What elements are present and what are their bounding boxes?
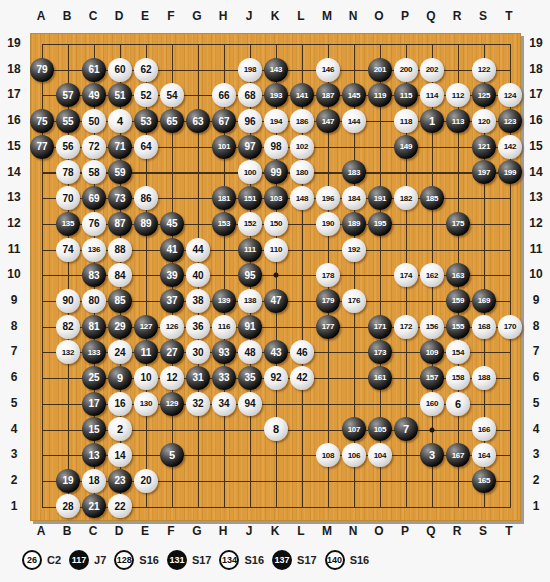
column-label: B bbox=[63, 9, 72, 23]
stone-J6: 35 bbox=[238, 366, 262, 390]
row-label: 15 bbox=[523, 139, 549, 153]
column-label: M bbox=[322, 9, 332, 23]
stone-S4: 166 bbox=[472, 417, 496, 441]
row-label: 5 bbox=[1, 396, 27, 410]
caption-move-point: S17 bbox=[192, 554, 212, 566]
stone-C1: 21 bbox=[82, 494, 106, 518]
stone-J17: 68 bbox=[238, 83, 262, 107]
stone-K7: 43 bbox=[264, 340, 288, 364]
column-label: F bbox=[167, 524, 174, 538]
row-label: 8 bbox=[523, 319, 549, 333]
stone-A18: 79 bbox=[30, 58, 54, 82]
stone-D13: 73 bbox=[108, 186, 132, 210]
stone-R7: 154 bbox=[446, 340, 470, 364]
stone-C7: 133 bbox=[82, 340, 106, 364]
stone-F5: 129 bbox=[160, 392, 184, 416]
stone-D10: 84 bbox=[108, 263, 132, 287]
stone-K6: 92 bbox=[264, 366, 288, 390]
stone-H13: 181 bbox=[212, 186, 236, 210]
stone-S16: 120 bbox=[472, 109, 496, 133]
stone-E15: 64 bbox=[134, 135, 158, 159]
stone-D9: 85 bbox=[108, 289, 132, 313]
stone-B14: 78 bbox=[56, 160, 80, 184]
stone-M12: 190 bbox=[316, 212, 340, 236]
stone-C8: 81 bbox=[82, 315, 106, 339]
stone-J10: 95 bbox=[238, 263, 262, 287]
stone-E16: 53 bbox=[134, 109, 158, 133]
stone-F3: 5 bbox=[160, 443, 184, 467]
column-label: G bbox=[192, 9, 201, 23]
column-label: E bbox=[141, 9, 149, 23]
stone-C4: 15 bbox=[82, 417, 106, 441]
caption-move-point: S16 bbox=[350, 554, 370, 566]
caption-move-point: S16 bbox=[139, 554, 159, 566]
stone-F11: 41 bbox=[160, 238, 184, 262]
stone-G5: 32 bbox=[186, 392, 210, 416]
row-label: 11 bbox=[523, 242, 549, 256]
stone-B17: 57 bbox=[56, 83, 80, 107]
row-label: 19 bbox=[1, 36, 27, 50]
row-label: 17 bbox=[523, 87, 549, 101]
stone-B12: 135 bbox=[56, 212, 80, 236]
row-label: 14 bbox=[523, 165, 549, 179]
caption-move-point: S16 bbox=[244, 554, 264, 566]
row-label: 18 bbox=[1, 62, 27, 76]
stone-K4: 8 bbox=[264, 417, 288, 441]
caption-moves: 26C2117J7128S16131S17134S16137S17140S16 bbox=[22, 548, 372, 572]
stone-G10: 40 bbox=[186, 263, 210, 287]
stone-G8: 36 bbox=[186, 315, 210, 339]
row-label: 19 bbox=[523, 36, 549, 50]
column-label: S bbox=[479, 524, 487, 538]
column-label: Q bbox=[426, 524, 435, 538]
stone-C6: 25 bbox=[82, 366, 106, 390]
stone-E6: 10 bbox=[134, 366, 158, 390]
row-label: 9 bbox=[523, 293, 549, 307]
row-label: 2 bbox=[1, 473, 27, 487]
caption-move-point: S17 bbox=[297, 554, 317, 566]
stone-J5: 94 bbox=[238, 392, 262, 416]
stone-D18: 60 bbox=[108, 58, 132, 82]
stone-G6: 31 bbox=[186, 366, 210, 390]
stone-K18: 143 bbox=[264, 58, 288, 82]
stone-O18: 201 bbox=[368, 58, 392, 82]
stone-S15: 121 bbox=[472, 135, 496, 159]
stone-Q7: 109 bbox=[420, 340, 444, 364]
column-label: E bbox=[141, 524, 149, 538]
stone-F6: 12 bbox=[160, 366, 184, 390]
row-label: 4 bbox=[1, 422, 27, 436]
stone-B7: 132 bbox=[56, 340, 80, 364]
stone-H12: 153 bbox=[212, 212, 236, 236]
stone-M17: 187 bbox=[316, 83, 340, 107]
stone-S9: 169 bbox=[472, 289, 496, 313]
stone-F8: 126 bbox=[160, 315, 184, 339]
stone-P16: 118 bbox=[394, 109, 418, 133]
stone-D12: 87 bbox=[108, 212, 132, 236]
stone-R9: 159 bbox=[446, 289, 470, 313]
column-label: Q bbox=[426, 9, 435, 23]
row-label: 7 bbox=[1, 344, 27, 358]
stone-L15: 102 bbox=[290, 135, 314, 159]
stone-E5: 130 bbox=[134, 392, 158, 416]
stone-H9: 139 bbox=[212, 289, 236, 313]
stone-Q3: 3 bbox=[420, 443, 444, 467]
stone-C2: 18 bbox=[82, 469, 106, 493]
column-label: T bbox=[505, 9, 512, 23]
stone-O7: 173 bbox=[368, 340, 392, 364]
column-label: B bbox=[63, 524, 72, 538]
stone-K9: 47 bbox=[264, 289, 288, 313]
stone-D14: 59 bbox=[108, 160, 132, 184]
column-label: N bbox=[349, 524, 358, 538]
caption-move-point: J7 bbox=[94, 554, 106, 566]
column-label: S bbox=[479, 9, 487, 23]
column-label: A bbox=[37, 524, 46, 538]
stone-E13: 86 bbox=[134, 186, 158, 210]
stone-O13: 191 bbox=[368, 186, 392, 210]
stone-D1: 22 bbox=[108, 494, 132, 518]
stone-C9: 80 bbox=[82, 289, 106, 313]
column-label: H bbox=[219, 524, 228, 538]
stone-L13: 148 bbox=[290, 186, 314, 210]
column-label: F bbox=[167, 9, 174, 23]
stone-P15: 149 bbox=[394, 135, 418, 159]
stone-Q10: 162 bbox=[420, 263, 444, 287]
column-label: L bbox=[297, 524, 304, 538]
stone-C15: 72 bbox=[82, 135, 106, 159]
stone-S18: 122 bbox=[472, 58, 496, 82]
stone-N9: 176 bbox=[342, 289, 366, 313]
stone-C11: 136 bbox=[82, 238, 106, 262]
stone-N13: 184 bbox=[342, 186, 366, 210]
row-label: 1 bbox=[1, 499, 27, 513]
caption-move-point: C2 bbox=[47, 554, 61, 566]
stone-D11: 88 bbox=[108, 238, 132, 262]
stone-R12: 175 bbox=[446, 212, 470, 236]
stone-E18: 62 bbox=[134, 58, 158, 82]
stone-E7: 11 bbox=[134, 340, 158, 364]
stone-R8: 155 bbox=[446, 315, 470, 339]
row-label: 10 bbox=[1, 267, 27, 281]
stone-S2: 165 bbox=[472, 469, 496, 493]
column-label: N bbox=[349, 9, 358, 23]
stone-M13: 196 bbox=[316, 186, 340, 210]
column-label: J bbox=[246, 9, 253, 23]
stone-T15: 142 bbox=[498, 135, 522, 159]
stone-J12: 152 bbox=[238, 212, 262, 236]
row-label: 11 bbox=[1, 242, 27, 256]
stone-H15: 101 bbox=[212, 135, 236, 159]
stone-N12: 189 bbox=[342, 212, 366, 236]
stone-T17: 124 bbox=[498, 83, 522, 107]
stone-O8: 171 bbox=[368, 315, 392, 339]
stone-N3: 106 bbox=[342, 443, 366, 467]
stone-S8: 168 bbox=[472, 315, 496, 339]
column-label: P bbox=[401, 524, 409, 538]
stone-J11: 111 bbox=[238, 238, 262, 262]
column-label: O bbox=[374, 9, 383, 23]
row-label: 2 bbox=[523, 473, 549, 487]
stone-S17: 125 bbox=[472, 83, 496, 107]
stone-R17: 112 bbox=[446, 83, 470, 107]
stone-D5: 16 bbox=[108, 392, 132, 416]
stone-D4: 2 bbox=[108, 417, 132, 441]
stone-O4: 105 bbox=[368, 417, 392, 441]
stone-C16: 50 bbox=[82, 109, 106, 133]
stone-B2: 19 bbox=[56, 469, 80, 493]
stone-O17: 119 bbox=[368, 83, 392, 107]
stone-P10: 174 bbox=[394, 263, 418, 287]
row-label: 6 bbox=[523, 370, 549, 384]
stone-E17: 52 bbox=[134, 83, 158, 107]
row-label: 12 bbox=[1, 216, 27, 230]
stone-K13: 103 bbox=[264, 186, 288, 210]
stone-S3: 164 bbox=[472, 443, 496, 467]
stone-F16: 65 bbox=[160, 109, 184, 133]
stone-B9: 90 bbox=[56, 289, 80, 313]
stone-J16: 96 bbox=[238, 109, 262, 133]
column-label: C bbox=[89, 9, 98, 23]
column-label: D bbox=[115, 524, 124, 538]
stone-B16: 55 bbox=[56, 109, 80, 133]
stone-K16: 194 bbox=[264, 109, 288, 133]
column-label: R bbox=[453, 9, 462, 23]
stone-Q16: 1 bbox=[420, 109, 444, 133]
stone-R3: 167 bbox=[446, 443, 470, 467]
stone-M18: 146 bbox=[316, 58, 340, 82]
stone-P8: 172 bbox=[394, 315, 418, 339]
row-label: 15 bbox=[1, 139, 27, 153]
stone-Q5: 160 bbox=[420, 392, 444, 416]
row-label: 10 bbox=[523, 267, 549, 281]
stone-J18: 198 bbox=[238, 58, 262, 82]
caption-move-stone: 131 bbox=[167, 550, 187, 570]
stone-N4: 107 bbox=[342, 417, 366, 441]
stone-E8: 127 bbox=[134, 315, 158, 339]
row-label: 16 bbox=[523, 113, 549, 127]
row-label: 13 bbox=[1, 190, 27, 204]
column-label: C bbox=[89, 524, 98, 538]
column-label: M bbox=[322, 524, 332, 538]
stone-R5: 6 bbox=[446, 392, 470, 416]
stone-O6: 161 bbox=[368, 366, 392, 390]
row-label: 18 bbox=[523, 62, 549, 76]
stone-H6: 33 bbox=[212, 366, 236, 390]
stone-B11: 74 bbox=[56, 238, 80, 262]
column-label: G bbox=[192, 524, 201, 538]
column-label: K bbox=[271, 9, 280, 23]
stone-N16: 144 bbox=[342, 109, 366, 133]
stone-J15: 97 bbox=[238, 135, 262, 159]
stone-G9: 38 bbox=[186, 289, 210, 313]
stone-F17: 54 bbox=[160, 83, 184, 107]
caption-move-stone: 140 bbox=[325, 550, 345, 570]
stone-C14: 58 bbox=[82, 160, 106, 184]
stone-T16: 123 bbox=[498, 109, 522, 133]
stone-P17: 115 bbox=[394, 83, 418, 107]
stone-R6: 158 bbox=[446, 366, 470, 390]
stone-O12: 195 bbox=[368, 212, 392, 236]
row-label: 8 bbox=[1, 319, 27, 333]
row-label: 7 bbox=[523, 344, 549, 358]
stone-M10: 178 bbox=[316, 263, 340, 287]
stones-layer: 7961606219814314620120020212257495152546… bbox=[29, 31, 523, 519]
stone-H17: 66 bbox=[212, 83, 236, 107]
stone-D17: 51 bbox=[108, 83, 132, 107]
row-label: 9 bbox=[1, 293, 27, 307]
stone-P4: 7 bbox=[394, 417, 418, 441]
column-label: A bbox=[37, 9, 46, 23]
stone-P18: 200 bbox=[394, 58, 418, 82]
column-label: K bbox=[271, 524, 280, 538]
stone-N17: 145 bbox=[342, 83, 366, 107]
stone-A16: 75 bbox=[30, 109, 54, 133]
column-label: T bbox=[505, 524, 512, 538]
stone-S6: 188 bbox=[472, 366, 496, 390]
stone-L7: 46 bbox=[290, 340, 314, 364]
stone-T8: 170 bbox=[498, 315, 522, 339]
row-label: 12 bbox=[523, 216, 549, 230]
row-label: 17 bbox=[1, 87, 27, 101]
caption-move-stone: 117 bbox=[69, 550, 89, 570]
stone-J9: 138 bbox=[238, 289, 262, 313]
column-label: H bbox=[219, 9, 228, 23]
stone-F12: 45 bbox=[160, 212, 184, 236]
stone-J13: 151 bbox=[238, 186, 262, 210]
caption-move-stone: 26 bbox=[22, 550, 42, 570]
stone-Q13: 185 bbox=[420, 186, 444, 210]
stone-G7: 30 bbox=[186, 340, 210, 364]
stone-B1: 28 bbox=[56, 494, 80, 518]
stone-M3: 108 bbox=[316, 443, 340, 467]
stone-K17: 193 bbox=[264, 83, 288, 107]
stone-D15: 71 bbox=[108, 135, 132, 159]
stone-C12: 76 bbox=[82, 212, 106, 236]
stone-D3: 14 bbox=[108, 443, 132, 467]
stone-N14: 183 bbox=[342, 160, 366, 184]
row-label: 5 bbox=[523, 396, 549, 410]
stone-G16: 63 bbox=[186, 109, 210, 133]
stone-Q18: 202 bbox=[420, 58, 444, 82]
stone-D16: 4 bbox=[108, 109, 132, 133]
stone-C13: 69 bbox=[82, 186, 106, 210]
stone-F7: 27 bbox=[160, 340, 184, 364]
caption-move-stone: 137 bbox=[272, 550, 292, 570]
stone-G11: 44 bbox=[186, 238, 210, 262]
stone-R10: 163 bbox=[446, 263, 470, 287]
stone-P13: 182 bbox=[394, 186, 418, 210]
row-label: 3 bbox=[1, 447, 27, 461]
stone-K12: 150 bbox=[264, 212, 288, 236]
caption-move-stone: 128 bbox=[114, 550, 134, 570]
stone-L17: 141 bbox=[290, 83, 314, 107]
column-label: O bbox=[374, 524, 383, 538]
stone-E2: 20 bbox=[134, 469, 158, 493]
stone-R16: 113 bbox=[446, 109, 470, 133]
stone-B8: 82 bbox=[56, 315, 80, 339]
go-diagram: ABCDEFGHJKLMNOPQRST 19181716151413121110… bbox=[0, 0, 550, 582]
stone-Q17: 114 bbox=[420, 83, 444, 107]
stone-L16: 186 bbox=[290, 109, 314, 133]
stone-J8: 91 bbox=[238, 315, 262, 339]
stone-K11: 110 bbox=[264, 238, 288, 262]
stone-S14: 197 bbox=[472, 160, 496, 184]
stone-D2: 23 bbox=[108, 469, 132, 493]
column-label: L bbox=[297, 9, 304, 23]
stone-M8: 177 bbox=[316, 315, 340, 339]
stone-K14: 99 bbox=[264, 160, 288, 184]
stone-H16: 67 bbox=[212, 109, 236, 133]
stone-Q6: 157 bbox=[420, 366, 444, 390]
stone-H8: 116 bbox=[212, 315, 236, 339]
stone-H5: 34 bbox=[212, 392, 236, 416]
row-label: 13 bbox=[523, 190, 549, 204]
stone-D7: 24 bbox=[108, 340, 132, 364]
row-label: 6 bbox=[1, 370, 27, 384]
stone-C17: 49 bbox=[82, 83, 106, 107]
column-label: P bbox=[401, 9, 409, 23]
stone-M9: 179 bbox=[316, 289, 340, 313]
stone-C5: 17 bbox=[82, 392, 106, 416]
row-label: 16 bbox=[1, 113, 27, 127]
go-board: 7961606219814314620120020212257495152546… bbox=[30, 33, 521, 521]
stone-L14: 180 bbox=[290, 160, 314, 184]
stone-A15: 77 bbox=[30, 135, 54, 159]
stone-H7: 93 bbox=[212, 340, 236, 364]
row-label: 4 bbox=[523, 422, 549, 436]
stone-C10: 83 bbox=[82, 263, 106, 287]
stone-L6: 42 bbox=[290, 366, 314, 390]
column-label: R bbox=[453, 524, 462, 538]
stone-O3: 104 bbox=[368, 443, 392, 467]
caption-move-stone: 134 bbox=[219, 550, 239, 570]
row-label: 3 bbox=[523, 447, 549, 461]
row-label: 1 bbox=[523, 499, 549, 513]
column-label: D bbox=[115, 9, 124, 23]
stone-C18: 61 bbox=[82, 58, 106, 82]
stone-D8: 29 bbox=[108, 315, 132, 339]
row-label: 14 bbox=[1, 165, 27, 179]
stone-K15: 98 bbox=[264, 135, 288, 159]
stone-T14: 199 bbox=[498, 160, 522, 184]
stone-N11: 192 bbox=[342, 238, 366, 262]
stone-Q8: 156 bbox=[420, 315, 444, 339]
stone-B13: 70 bbox=[56, 186, 80, 210]
stone-D6: 9 bbox=[108, 366, 132, 390]
stone-E12: 89 bbox=[134, 212, 158, 236]
stone-J7: 48 bbox=[238, 340, 262, 364]
stone-C3: 13 bbox=[82, 443, 106, 467]
stone-F9: 37 bbox=[160, 289, 184, 313]
stone-B15: 56 bbox=[56, 135, 80, 159]
stone-J14: 100 bbox=[238, 160, 262, 184]
stone-F10: 39 bbox=[160, 263, 184, 287]
stone-M16: 147 bbox=[316, 109, 340, 133]
column-label: J bbox=[246, 524, 253, 538]
